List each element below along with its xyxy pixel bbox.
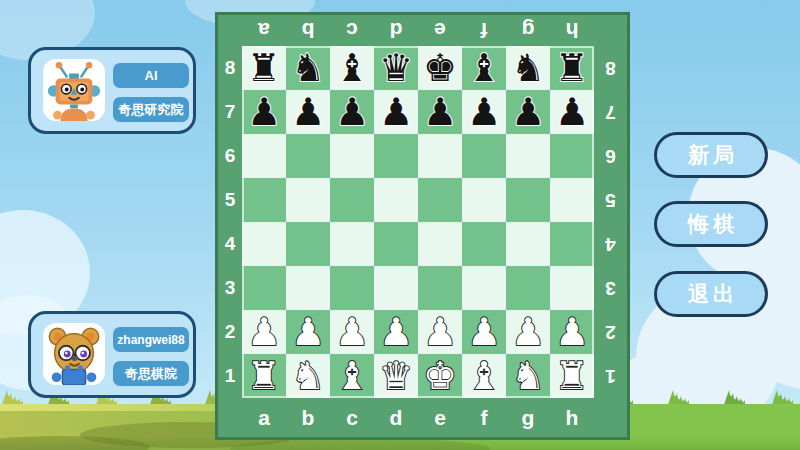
file-label-bottom-g: g (506, 398, 550, 437)
square-h1[interactable]: ♜ (550, 354, 594, 398)
player-card-opponent: AI 奇思研究院 (28, 47, 196, 134)
piece-white-bishop[interactable]: ♝ (335, 354, 369, 398)
exit-button[interactable]: 退出 (654, 271, 768, 317)
square-h5[interactable] (550, 178, 594, 222)
file-label-top-h: h (550, 15, 594, 46)
square-h2[interactable]: ♟ (550, 310, 594, 354)
opponent-name-badge: AI (113, 63, 189, 88)
file-label-top-f: f (462, 15, 506, 46)
my-club: 奇思棋院 (125, 365, 177, 383)
square-g5[interactable] (506, 178, 550, 222)
square-d8[interactable]: ♛ (374, 46, 418, 90)
undo-button[interactable]: 悔棋 (654, 201, 768, 247)
piece-black-pawn[interactable]: ♟ (379, 90, 413, 134)
piece-white-king[interactable]: ♚ (423, 354, 457, 398)
square-c2[interactable]: ♟ (330, 310, 374, 354)
square-d6[interactable] (374, 134, 418, 178)
square-g3[interactable] (506, 266, 550, 310)
square-h6[interactable] (550, 134, 594, 178)
square-g4[interactable] (506, 222, 550, 266)
piece-white-pawn[interactable]: ♟ (555, 310, 589, 354)
square-c5[interactable] (330, 178, 374, 222)
piece-black-pawn[interactable]: ♟ (335, 90, 369, 134)
rank-label-right-1: 1 (594, 354, 627, 398)
piece-black-queen[interactable]: ♛ (379, 46, 413, 90)
piece-black-knight[interactable]: ♞ (291, 46, 325, 90)
undo-label: 悔棋 (684, 210, 738, 238)
piece-black-pawn[interactable]: ♟ (555, 90, 589, 134)
square-b8[interactable]: ♞ (286, 46, 330, 90)
square-g7[interactable]: ♟ (506, 90, 550, 134)
file-label-top-b: b (286, 15, 330, 46)
robot-icon (43, 59, 105, 121)
file-label-bottom-a: a (242, 398, 286, 437)
square-h7[interactable]: ♟ (550, 90, 594, 134)
file-label-top-d: d (374, 15, 418, 46)
grass-shadow (0, 436, 150, 450)
square-f4[interactable] (462, 222, 506, 266)
my-club-badge: 奇思棋院 (113, 361, 189, 386)
square-a5[interactable] (242, 178, 286, 222)
square-e1[interactable]: ♚ (418, 354, 462, 398)
piece-white-rook[interactable]: ♜ (555, 354, 589, 398)
piece-white-pawn[interactable]: ♟ (247, 310, 281, 354)
square-e5[interactable] (418, 178, 462, 222)
square-e4[interactable] (418, 222, 462, 266)
square-a6[interactable] (242, 134, 286, 178)
square-e6[interactable] (418, 134, 462, 178)
square-f6[interactable] (462, 134, 506, 178)
square-a8[interactable]: ♜ (242, 46, 286, 90)
file-label-bottom-e: e (418, 398, 462, 437)
rank-label-right-4: 4 (594, 222, 627, 266)
file-label-top-c: c (330, 15, 374, 46)
square-c7[interactable]: ♟ (330, 90, 374, 134)
piece-black-pawn[interactable]: ♟ (247, 90, 281, 134)
square-f5[interactable] (462, 178, 506, 222)
piece-black-pawn[interactable]: ♟ (467, 90, 501, 134)
square-b3[interactable] (286, 266, 330, 310)
opponent-name: AI (145, 68, 158, 83)
rank-label-right-7: 7 (594, 90, 627, 134)
square-c4[interactable] (330, 222, 374, 266)
square-f3[interactable] (462, 266, 506, 310)
piece-black-bishop[interactable]: ♝ (335, 46, 369, 90)
piece-white-pawn[interactable]: ♟ (423, 310, 457, 354)
rank-label-left-5: 5 (218, 178, 242, 222)
square-a3[interactable] (242, 266, 286, 310)
rank-label-right-3: 3 (594, 266, 627, 310)
square-b6[interactable] (286, 134, 330, 178)
rank-label-left-3: 3 (218, 266, 242, 310)
piece-white-queen[interactable]: ♛ (379, 354, 413, 398)
square-g8[interactable]: ♞ (506, 46, 550, 90)
piece-black-bishop[interactable]: ♝ (467, 46, 501, 90)
square-d3[interactable] (374, 266, 418, 310)
player-card-me: zhangwei88 奇思棋院 (28, 311, 196, 398)
square-b4[interactable] (286, 222, 330, 266)
rank-label-left-7: 7 (218, 90, 242, 134)
board-frame-corner (594, 398, 627, 437)
piece-white-knight[interactable]: ♞ (511, 354, 545, 398)
piece-white-pawn[interactable]: ♟ (291, 310, 325, 354)
square-e7[interactable]: ♟ (418, 90, 462, 134)
square-f1[interactable]: ♝ (462, 354, 506, 398)
my-avatar (43, 323, 105, 385)
square-c1[interactable]: ♝ (330, 354, 374, 398)
file-label-top-g: g (506, 15, 550, 46)
square-c3[interactable] (330, 266, 374, 310)
piece-white-pawn[interactable]: ♟ (511, 310, 545, 354)
square-f7[interactable]: ♟ (462, 90, 506, 134)
square-h8[interactable]: ♜ (550, 46, 594, 90)
piece-white-pawn[interactable]: ♟ (379, 310, 413, 354)
file-label-top-e: e (418, 15, 462, 46)
square-a7[interactable]: ♟ (242, 90, 286, 134)
square-g2[interactable]: ♟ (506, 310, 550, 354)
rank-label-left-4: 4 (218, 222, 242, 266)
rank-label-left-2: 2 (218, 310, 242, 354)
square-d4[interactable] (374, 222, 418, 266)
file-label-bottom-c: c (330, 398, 374, 437)
opponent-club-badge: 奇思研究院 (113, 97, 189, 122)
board-frame-corner (218, 398, 242, 437)
piece-white-knight[interactable]: ♞ (291, 354, 325, 398)
chess-board: abcdefgh8♜♞♝♛♚♝♞♜87♟♟♟♟♟♟♟♟7665544332♟♟♟… (215, 12, 630, 440)
rank-label-left-8: 8 (218, 46, 242, 90)
square-h3[interactable] (550, 266, 594, 310)
file-label-bottom-f: f (462, 398, 506, 437)
file-label-bottom-b: b (286, 398, 330, 437)
piece-black-pawn[interactable]: ♟ (423, 90, 457, 134)
square-f2[interactable]: ♟ (462, 310, 506, 354)
file-label-bottom-h: h (550, 398, 594, 437)
square-h4[interactable] (550, 222, 594, 266)
piece-black-pawn[interactable]: ♟ (511, 90, 545, 134)
game-screen: abcdefgh8♜♞♝♛♚♝♞♜87♟♟♟♟♟♟♟♟7665544332♟♟♟… (0, 0, 800, 450)
square-g1[interactable]: ♞ (506, 354, 550, 398)
square-e2[interactable]: ♟ (418, 310, 462, 354)
exit-label: 退出 (684, 280, 738, 308)
new-game-label: 新局 (684, 141, 738, 169)
square-b5[interactable] (286, 178, 330, 222)
square-d7[interactable]: ♟ (374, 90, 418, 134)
square-b1[interactable]: ♞ (286, 354, 330, 398)
square-e8[interactable]: ♚ (418, 46, 462, 90)
square-d1[interactable]: ♛ (374, 354, 418, 398)
square-b2[interactable]: ♟ (286, 310, 330, 354)
square-c8[interactable]: ♝ (330, 46, 374, 90)
square-f8[interactable]: ♝ (462, 46, 506, 90)
file-label-bottom-d: d (374, 398, 418, 437)
rank-label-right-8: 8 (594, 46, 627, 90)
my-name-badge: zhangwei88 (113, 327, 189, 352)
piece-white-bishop[interactable]: ♝ (467, 354, 501, 398)
square-e3[interactable] (418, 266, 462, 310)
opponent-club: 奇思研究院 (119, 101, 184, 119)
board-frame-corner (594, 15, 627, 46)
board-frame-corner (218, 15, 242, 46)
square-c6[interactable] (330, 134, 374, 178)
bear-icon (43, 323, 105, 385)
square-g6[interactable] (506, 134, 550, 178)
rank-label-left-6: 6 (218, 134, 242, 178)
piece-black-pawn[interactable]: ♟ (291, 90, 325, 134)
piece-black-knight[interactable]: ♞ (511, 46, 545, 90)
square-a2[interactable]: ♟ (242, 310, 286, 354)
file-label-top-a: a (242, 15, 286, 46)
square-a4[interactable] (242, 222, 286, 266)
opponent-avatar (43, 59, 105, 121)
square-d5[interactable] (374, 178, 418, 222)
my-name: zhangwei88 (117, 333, 184, 347)
piece-white-pawn[interactable]: ♟ (335, 310, 369, 354)
square-a1[interactable]: ♜ (242, 354, 286, 398)
piece-white-rook[interactable]: ♜ (247, 354, 281, 398)
rank-label-left-1: 1 (218, 354, 242, 398)
rank-label-right-5: 5 (594, 178, 627, 222)
square-d2[interactable]: ♟ (374, 310, 418, 354)
rank-label-right-6: 6 (594, 134, 627, 178)
piece-black-king[interactable]: ♚ (423, 46, 457, 90)
piece-black-rook[interactable]: ♜ (555, 46, 589, 90)
piece-white-pawn[interactable]: ♟ (467, 310, 501, 354)
square-b7[interactable]: ♟ (286, 90, 330, 134)
new-game-button[interactable]: 新局 (654, 132, 768, 178)
piece-black-rook[interactable]: ♜ (247, 46, 281, 90)
rank-label-right-2: 2 (594, 310, 627, 354)
